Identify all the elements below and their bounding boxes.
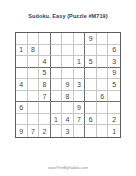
cell-r2c4 xyxy=(51,45,63,57)
cell-r9c6 xyxy=(74,125,86,137)
cell-r2c7 xyxy=(85,45,97,57)
cell-r7c6: 9 xyxy=(74,102,86,114)
cell-r4c8 xyxy=(97,68,109,80)
cell-r5c4 xyxy=(51,79,63,91)
cell-r2c3 xyxy=(39,45,51,57)
cell-r3c3: 4 xyxy=(39,56,51,68)
cell-r8c6: 7 xyxy=(74,114,86,126)
page-title: Sudoku, Easy (Puzzle #M719) xyxy=(0,13,136,19)
cell-r2c2: 8 xyxy=(28,45,40,57)
cell-r7c7 xyxy=(85,102,97,114)
cell-r7c1: 6 xyxy=(16,102,28,114)
cell-r3c2 xyxy=(28,56,40,68)
cell-r5c2 xyxy=(28,79,40,91)
cell-r4c6 xyxy=(74,68,86,80)
cell-r7c8 xyxy=(97,102,109,114)
cell-r8c3 xyxy=(39,114,51,126)
cell-r9c7 xyxy=(85,125,97,137)
cell-r1c2 xyxy=(28,33,40,45)
cell-r1c1 xyxy=(16,33,28,45)
cell-r5c8 xyxy=(97,79,109,91)
cell-r2c1: 1 xyxy=(16,45,28,57)
cell-r8c2 xyxy=(28,114,40,126)
cell-r9c3: 2 xyxy=(39,125,51,137)
cell-r8c7: 6 xyxy=(85,114,97,126)
cell-r6c3: 7 xyxy=(39,91,51,103)
cell-r8c8 xyxy=(97,114,109,126)
cell-r6c2 xyxy=(28,91,40,103)
cell-r9c4 xyxy=(51,125,63,137)
cell-r4c7 xyxy=(85,68,97,80)
cell-r4c5 xyxy=(62,68,74,80)
cell-r4c3: 5 xyxy=(39,68,51,80)
cell-r1c9 xyxy=(108,33,120,45)
cell-r1c8 xyxy=(97,33,109,45)
cell-r7c3 xyxy=(39,102,51,114)
cell-r8c1 xyxy=(16,114,28,126)
cell-r1c7: 9 xyxy=(85,33,97,45)
cell-r3c8 xyxy=(97,56,109,68)
cell-r2c5 xyxy=(62,45,74,57)
cell-r4c2 xyxy=(28,68,40,80)
cell-r5c3: 8 xyxy=(39,79,51,91)
cell-r9c1: 9 xyxy=(16,125,28,137)
cell-r3c1 xyxy=(16,56,28,68)
cell-r5c6: 3 xyxy=(74,79,86,91)
cell-r8c5: 4 xyxy=(62,114,74,126)
cell-r4c1 xyxy=(16,68,28,80)
cell-r4c4 xyxy=(51,68,63,80)
cell-r6c8: 6 xyxy=(97,91,109,103)
cell-r6c7 xyxy=(85,91,97,103)
cell-r8c4: 1 xyxy=(51,114,63,126)
cell-r3c6: 1 xyxy=(74,56,86,68)
cell-r2c8 xyxy=(97,45,109,57)
cell-r7c5 xyxy=(62,102,74,114)
cell-r9c9: 1 xyxy=(108,125,120,137)
cell-r5c7 xyxy=(85,79,97,91)
cell-r6c6 xyxy=(74,91,86,103)
cell-r7c9 xyxy=(108,102,120,114)
cell-r3c9: 3 xyxy=(108,56,120,68)
cell-r9c5: 3 xyxy=(62,125,74,137)
cell-r1c4 xyxy=(51,33,63,45)
cell-r7c2 xyxy=(28,102,40,114)
sudoku-board: 918641535948935786691476297231 xyxy=(15,32,121,138)
cell-r9c8 xyxy=(97,125,109,137)
cell-r4c9: 9 xyxy=(108,68,120,80)
cell-r3c5 xyxy=(62,56,74,68)
cell-r5c9: 5 xyxy=(108,79,120,91)
cell-r6c1 xyxy=(16,91,28,103)
cell-r9c2: 7 xyxy=(28,125,40,137)
cell-r7c4 xyxy=(51,102,63,114)
cell-r3c7: 5 xyxy=(85,56,97,68)
cell-r2c9: 6 xyxy=(108,45,120,57)
cell-r5c1: 4 xyxy=(16,79,28,91)
cell-r1c6 xyxy=(74,33,86,45)
cell-r3c4 xyxy=(51,56,63,68)
cell-r5c5: 9 xyxy=(62,79,74,91)
footer-url: www.PrintMySudoku.com xyxy=(0,166,136,170)
cell-r2c6 xyxy=(74,45,86,57)
cell-r1c3 xyxy=(39,33,51,45)
cell-r1c5 xyxy=(62,33,74,45)
cell-r6c4 xyxy=(51,91,63,103)
cell-r8c9: 2 xyxy=(108,114,120,126)
cell-r6c9 xyxy=(108,91,120,103)
cell-r6c5: 8 xyxy=(62,91,74,103)
